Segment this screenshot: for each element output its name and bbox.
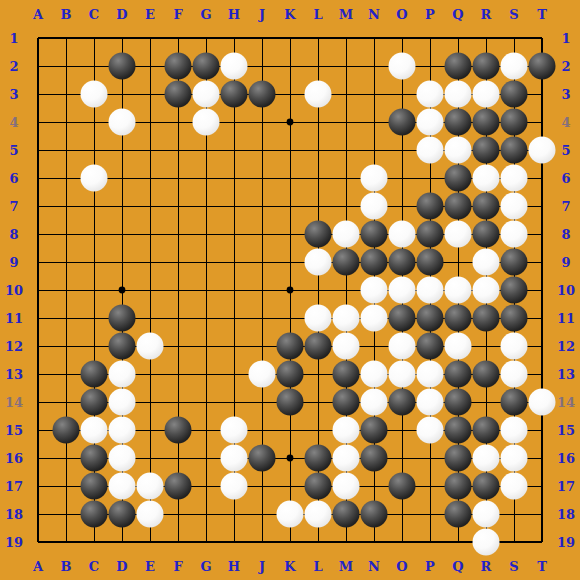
white-stone-S7[interactable] [501, 193, 528, 220]
black-stone-H3[interactable] [221, 81, 248, 108]
white-stone-P10[interactable] [417, 277, 444, 304]
black-stone-J3[interactable] [249, 81, 276, 108]
white-stone-H15[interactable] [221, 417, 248, 444]
black-stone-R17[interactable] [473, 473, 500, 500]
star-point [287, 287, 294, 294]
white-stone-N11[interactable] [361, 305, 388, 332]
white-stone-R10[interactable] [473, 277, 500, 304]
white-stone-G3[interactable] [193, 81, 220, 108]
black-stone-Q7[interactable] [445, 193, 472, 220]
white-stone-J13[interactable] [249, 361, 276, 388]
black-stone-R7[interactable] [473, 193, 500, 220]
black-stone-Q11[interactable] [445, 305, 472, 332]
white-stone-M8[interactable] [333, 221, 360, 248]
black-stone-L17[interactable] [305, 473, 332, 500]
white-stone-P3[interactable] [417, 81, 444, 108]
black-stone-O4[interactable] [389, 109, 416, 136]
black-stone-S9[interactable] [501, 249, 528, 276]
white-stone-O13[interactable] [389, 361, 416, 388]
black-stone-Q13[interactable] [445, 361, 472, 388]
black-stone-O14[interactable] [389, 389, 416, 416]
go-board[interactable]: AABBCCDDEEFFGGHHJJKKLLMMNNOOPPQQRRSSTT11… [0, 0, 580, 580]
white-stone-R3[interactable] [473, 81, 500, 108]
white-stone-L11[interactable] [305, 305, 332, 332]
white-stone-R6[interactable] [473, 165, 500, 192]
white-stone-Q5[interactable] [445, 137, 472, 164]
black-stone-T2[interactable] [529, 53, 556, 80]
white-stone-Q12[interactable] [445, 333, 472, 360]
white-stone-P13[interactable] [417, 361, 444, 388]
white-stone-C3[interactable] [81, 81, 108, 108]
black-stone-G2[interactable] [193, 53, 220, 80]
white-stone-N13[interactable] [361, 361, 388, 388]
black-stone-L8[interactable] [305, 221, 332, 248]
black-stone-S14[interactable] [501, 389, 528, 416]
black-stone-R11[interactable] [473, 305, 500, 332]
white-stone-E12[interactable] [137, 333, 164, 360]
white-stone-L3[interactable] [305, 81, 332, 108]
white-stone-R19[interactable] [473, 529, 500, 556]
black-stone-K13[interactable] [277, 361, 304, 388]
black-stone-Q15[interactable] [445, 417, 472, 444]
black-stone-F3[interactable] [165, 81, 192, 108]
white-stone-N7[interactable] [361, 193, 388, 220]
black-stone-S3[interactable] [501, 81, 528, 108]
black-stone-Q17[interactable] [445, 473, 472, 500]
white-stone-Q3[interactable] [445, 81, 472, 108]
star-point [119, 287, 126, 294]
black-stone-Q14[interactable] [445, 389, 472, 416]
black-stone-C14[interactable] [81, 389, 108, 416]
star-point [287, 455, 294, 462]
white-stone-M15[interactable] [333, 417, 360, 444]
white-stone-D13[interactable] [109, 361, 136, 388]
black-stone-P11[interactable] [417, 305, 444, 332]
white-stone-T5[interactable] [529, 137, 556, 164]
white-stone-N14[interactable] [361, 389, 388, 416]
black-stone-K14[interactable] [277, 389, 304, 416]
black-stone-C13[interactable] [81, 361, 108, 388]
white-stone-D4[interactable] [109, 109, 136, 136]
white-stone-S15[interactable] [501, 417, 528, 444]
black-stone-C16[interactable] [81, 445, 108, 472]
black-stone-Q4[interactable] [445, 109, 472, 136]
white-stone-S6[interactable] [501, 165, 528, 192]
black-stone-L12[interactable] [305, 333, 332, 360]
white-stone-M12[interactable] [333, 333, 360, 360]
white-stone-S17[interactable] [501, 473, 528, 500]
black-stone-F2[interactable] [165, 53, 192, 80]
black-stone-R15[interactable] [473, 417, 500, 444]
white-stone-E17[interactable] [137, 473, 164, 500]
white-stone-O10[interactable] [389, 277, 416, 304]
black-stone-Q2[interactable] [445, 53, 472, 80]
white-stone-O12[interactable] [389, 333, 416, 360]
black-stone-R4[interactable] [473, 109, 500, 136]
star-point [287, 119, 294, 126]
white-stone-M11[interactable] [333, 305, 360, 332]
black-stone-O9[interactable] [389, 249, 416, 276]
black-stone-N15[interactable] [361, 417, 388, 444]
white-stone-D14[interactable] [109, 389, 136, 416]
black-stone-S5[interactable] [501, 137, 528, 164]
white-stone-S16[interactable] [501, 445, 528, 472]
black-stone-F17[interactable] [165, 473, 192, 500]
white-stone-Q10[interactable] [445, 277, 472, 304]
black-stone-J16[interactable] [249, 445, 276, 472]
black-stone-F15[interactable] [165, 417, 192, 444]
black-stone-S4[interactable] [501, 109, 528, 136]
black-stone-P9[interactable] [417, 249, 444, 276]
black-stone-K12[interactable] [277, 333, 304, 360]
black-stone-Q16[interactable] [445, 445, 472, 472]
black-stone-N9[interactable] [361, 249, 388, 276]
black-stone-P7[interactable] [417, 193, 444, 220]
black-stone-P12[interactable] [417, 333, 444, 360]
white-stone-R9[interactable] [473, 249, 500, 276]
white-stone-D15[interactable] [109, 417, 136, 444]
white-stone-N6[interactable] [361, 165, 388, 192]
white-stone-D17[interactable] [109, 473, 136, 500]
black-stone-O11[interactable] [389, 305, 416, 332]
black-stone-S11[interactable] [501, 305, 528, 332]
white-stone-S8[interactable] [501, 221, 528, 248]
black-stone-M13[interactable] [333, 361, 360, 388]
white-stone-C15[interactable] [81, 417, 108, 444]
black-stone-D2[interactable] [109, 53, 136, 80]
black-stone-M18[interactable] [333, 501, 360, 528]
black-stone-D12[interactable] [109, 333, 136, 360]
black-stone-C18[interactable] [81, 501, 108, 528]
white-stone-C6[interactable] [81, 165, 108, 192]
white-stone-M16[interactable] [333, 445, 360, 472]
white-stone-H16[interactable] [221, 445, 248, 472]
white-stone-S12[interactable] [501, 333, 528, 360]
white-stone-G4[interactable] [193, 109, 220, 136]
white-stone-R18[interactable] [473, 501, 500, 528]
white-stone-S2[interactable] [501, 53, 528, 80]
white-stone-L18[interactable] [305, 501, 332, 528]
white-stone-T14[interactable] [529, 389, 556, 416]
black-stone-N18[interactable] [361, 501, 388, 528]
black-stone-C17[interactable] [81, 473, 108, 500]
black-stone-N16[interactable] [361, 445, 388, 472]
black-stone-D18[interactable] [109, 501, 136, 528]
black-stone-P8[interactable] [417, 221, 444, 248]
black-stone-R8[interactable] [473, 221, 500, 248]
black-stone-R13[interactable] [473, 361, 500, 388]
black-stone-M9[interactable] [333, 249, 360, 276]
white-stone-S13[interactable] [501, 361, 528, 388]
white-stone-L9[interactable] [305, 249, 332, 276]
black-stone-M14[interactable] [333, 389, 360, 416]
white-stone-H17[interactable] [221, 473, 248, 500]
black-stone-Q18[interactable] [445, 501, 472, 528]
black-stone-R5[interactable] [473, 137, 500, 164]
white-stone-O8[interactable] [389, 221, 416, 248]
white-stone-P14[interactable] [417, 389, 444, 416]
white-stone-R16[interactable] [473, 445, 500, 472]
black-stone-B15[interactable] [53, 417, 80, 444]
white-stone-N10[interactable] [361, 277, 388, 304]
white-stone-P4[interactable] [417, 109, 444, 136]
white-stone-D16[interactable] [109, 445, 136, 472]
black-stone-Q6[interactable] [445, 165, 472, 192]
black-stone-R2[interactable] [473, 53, 500, 80]
white-stone-K18[interactable] [277, 501, 304, 528]
white-stone-P5[interactable] [417, 137, 444, 164]
black-stone-N8[interactable] [361, 221, 388, 248]
black-stone-D11[interactable] [109, 305, 136, 332]
white-stone-H2[interactable] [221, 53, 248, 80]
white-stone-M17[interactable] [333, 473, 360, 500]
white-stone-Q8[interactable] [445, 221, 472, 248]
white-stone-O2[interactable] [389, 53, 416, 80]
black-stone-L16[interactable] [305, 445, 332, 472]
black-stone-O17[interactable] [389, 473, 416, 500]
black-stone-S10[interactable] [501, 277, 528, 304]
white-stone-E18[interactable] [137, 501, 164, 528]
white-stone-P15[interactable] [417, 417, 444, 444]
